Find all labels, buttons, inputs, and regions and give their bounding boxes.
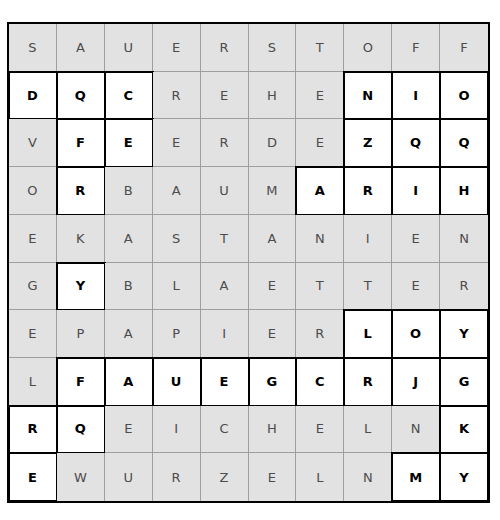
grid-cell-r3c5[interactable]: R — [201, 119, 249, 167]
grid-cell-r3c2[interactable]: F — [57, 119, 105, 167]
grid-cell-r6c1[interactable]: G — [9, 263, 57, 311]
grid-cell-r10c3[interactable]: U — [105, 453, 153, 501]
grid-cell-r8c10[interactable]: G — [440, 358, 488, 406]
grid-cell-r7c10[interactable]: Y — [440, 310, 488, 358]
grid-cell-r7c7[interactable]: R — [296, 310, 344, 358]
grid-cell-r6c9[interactable]: E — [392, 263, 440, 311]
grid-cell-r1c3[interactable]: U — [105, 24, 153, 72]
grid-cell-r9c3[interactable]: E — [105, 406, 153, 454]
word-search-board: SAUERSTOFFDQCREHENIOVFEERDEZQQORBAUMARIH… — [7, 22, 490, 503]
grid-cell-r9c8[interactable]: L — [344, 406, 392, 454]
grid-cell-r4c5[interactable]: U — [201, 167, 249, 215]
grid-cell-r7c6[interactable]: E — [249, 310, 297, 358]
grid-cell-r2c9[interactable]: I — [392, 72, 440, 120]
grid-cell-r4c9[interactable]: I — [392, 167, 440, 215]
grid-cell-r5c2[interactable]: K — [57, 215, 105, 263]
grid-cell-r9c6[interactable]: H — [249, 406, 297, 454]
grid-cell-r4c2[interactable]: R — [57, 167, 105, 215]
grid-cell-r10c6[interactable]: E — [249, 453, 297, 501]
grid-cell-r10c4[interactable]: R — [153, 453, 201, 501]
grid-cell-r9c7[interactable]: E — [296, 406, 344, 454]
grid-cell-r10c10[interactable]: Y — [440, 453, 488, 501]
grid-cell-r8c1[interactable]: L — [9, 358, 57, 406]
grid-cell-r3c9[interactable]: Q — [392, 119, 440, 167]
grid-cell-r2c10[interactable]: O — [440, 72, 488, 120]
grid-cell-r4c6[interactable]: M — [249, 167, 297, 215]
grid-cell-r5c5[interactable]: T — [201, 215, 249, 263]
grid-cell-r7c2[interactable]: P — [57, 310, 105, 358]
grid-cell-r2c6[interactable]: H — [249, 72, 297, 120]
grid-cell-r1c8[interactable]: O — [344, 24, 392, 72]
grid-cell-r8c3[interactable]: A — [105, 358, 153, 406]
grid-cell-r1c4[interactable]: E — [153, 24, 201, 72]
grid-cell-r2c3[interactable]: C — [105, 72, 153, 120]
grid-cell-r4c8[interactable]: R — [344, 167, 392, 215]
grid-cell-r10c2[interactable]: W — [57, 453, 105, 501]
grid-cell-r8c2[interactable]: F — [57, 358, 105, 406]
grid-cell-r10c8[interactable]: N — [344, 453, 392, 501]
grid-cell-r8c7[interactable]: C — [296, 358, 344, 406]
grid-cell-r5c7[interactable]: N — [296, 215, 344, 263]
grid-cell-r2c1[interactable]: D — [9, 72, 57, 120]
grid-cell-r8c8[interactable]: R — [344, 358, 392, 406]
grid-cell-r2c7[interactable]: E — [296, 72, 344, 120]
grid-cell-r5c8[interactable]: I — [344, 215, 392, 263]
grid-cell-r7c8[interactable]: L — [344, 310, 392, 358]
grid-cell-r2c8[interactable]: N — [344, 72, 392, 120]
grid-cell-r2c2[interactable]: Q — [57, 72, 105, 120]
grid-cell-r8c9[interactable]: J — [392, 358, 440, 406]
grid-cell-r1c10[interactable]: F — [440, 24, 488, 72]
grid-cell-r10c1[interactable]: E — [9, 453, 57, 501]
grid-cell-r4c3[interactable]: B — [105, 167, 153, 215]
grid-cell-r7c3[interactable]: A — [105, 310, 153, 358]
grid-cell-r9c10[interactable]: K — [440, 406, 488, 454]
word-search-grid: SAUERSTOFFDQCREHENIOVFEERDEZQQORBAUMARIH… — [9, 24, 488, 501]
grid-cell-r5c1[interactable]: E — [9, 215, 57, 263]
grid-cell-r6c7[interactable]: T — [296, 263, 344, 311]
grid-cell-r7c5[interactable]: I — [201, 310, 249, 358]
grid-cell-r4c10[interactable]: H — [440, 167, 488, 215]
grid-cell-r6c6[interactable]: E — [249, 263, 297, 311]
grid-cell-r6c5[interactable]: A — [201, 263, 249, 311]
grid-cell-r3c8[interactable]: Z — [344, 119, 392, 167]
grid-cell-r7c4[interactable]: P — [153, 310, 201, 358]
grid-cell-r5c9[interactable]: E — [392, 215, 440, 263]
grid-cell-r2c4[interactable]: R — [153, 72, 201, 120]
grid-cell-r3c10[interactable]: Q — [440, 119, 488, 167]
grid-cell-r8c6[interactable]: G — [249, 358, 297, 406]
grid-cell-r6c4[interactable]: L — [153, 263, 201, 311]
grid-cell-r1c5[interactable]: R — [201, 24, 249, 72]
grid-cell-r3c4[interactable]: E — [153, 119, 201, 167]
grid-cell-r9c4[interactable]: I — [153, 406, 201, 454]
grid-cell-r1c6[interactable]: S — [249, 24, 297, 72]
grid-cell-r1c9[interactable]: F — [392, 24, 440, 72]
grid-cell-r10c7[interactable]: L — [296, 453, 344, 501]
grid-cell-r8c4[interactable]: U — [153, 358, 201, 406]
grid-cell-r7c1[interactable]: E — [9, 310, 57, 358]
grid-cell-r3c7[interactable]: E — [296, 119, 344, 167]
grid-cell-r6c2[interactable]: Y — [57, 263, 105, 311]
grid-cell-r10c9[interactable]: M — [392, 453, 440, 501]
grid-cell-r3c6[interactable]: D — [249, 119, 297, 167]
grid-cell-r2c5[interactable]: E — [201, 72, 249, 120]
grid-cell-r9c5[interactable]: C — [201, 406, 249, 454]
grid-cell-r4c7[interactable]: A — [296, 167, 344, 215]
grid-cell-r7c9[interactable]: O — [392, 310, 440, 358]
grid-cell-r6c8[interactable]: T — [344, 263, 392, 311]
grid-cell-r9c2[interactable]: Q — [57, 406, 105, 454]
grid-cell-r6c10[interactable]: R — [440, 263, 488, 311]
grid-cell-r5c10[interactable]: N — [440, 215, 488, 263]
grid-cell-r6c3[interactable]: B — [105, 263, 153, 311]
grid-cell-r9c1[interactable]: R — [9, 406, 57, 454]
grid-cell-r5c3[interactable]: A — [105, 215, 153, 263]
grid-cell-r5c4[interactable]: S — [153, 215, 201, 263]
grid-cell-r10c5[interactable]: Z — [201, 453, 249, 501]
grid-cell-r1c2[interactable]: A — [57, 24, 105, 72]
grid-cell-r8c5[interactable]: E — [201, 358, 249, 406]
grid-cell-r9c9[interactable]: N — [392, 406, 440, 454]
grid-cell-r1c1[interactable]: S — [9, 24, 57, 72]
grid-cell-r4c1[interactable]: O — [9, 167, 57, 215]
grid-cell-r3c3[interactable]: E — [105, 119, 153, 167]
grid-cell-r3c1[interactable]: V — [9, 119, 57, 167]
grid-cell-r4c4[interactable]: A — [153, 167, 201, 215]
grid-cell-r5c6[interactable]: A — [249, 215, 297, 263]
grid-cell-r1c7[interactable]: T — [296, 24, 344, 72]
